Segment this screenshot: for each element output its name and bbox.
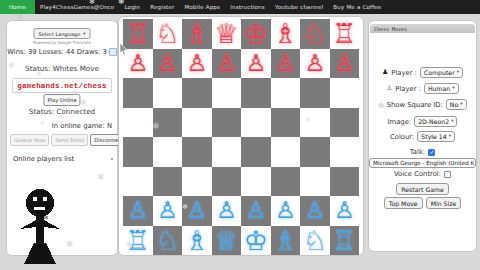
voice-value: Microsoft George - English (United K <box>373 160 474 166</box>
nav-item-home[interactable]: Home <box>0 0 35 14</box>
settings-panel: Chess Moves ♟ Player : Computer ▾ ♙ Play… <box>368 20 477 252</box>
square-a1[interactable]: ♖ <box>123 226 153 256</box>
square-g1[interactable]: ♘ <box>300 226 330 256</box>
square-b6[interactable] <box>153 78 183 108</box>
nav-item-register[interactable]: Register <box>145 0 179 14</box>
status-move: Status: Whites Move <box>7 64 117 73</box>
player1-value: Computer <box>424 69 455 76</box>
square-g4[interactable] <box>300 137 330 167</box>
piece-white-pawn: ♙ <box>275 199 296 222</box>
square-f1[interactable]: ♗ <box>271 226 301 256</box>
square-f8[interactable]: ♗ <box>271 19 301 49</box>
square-f6[interactable] <box>271 78 301 108</box>
nav-item-login[interactable]: Login <box>119 0 145 14</box>
voice-row: Microsoft George - English (United K ▾ <box>369 158 476 168</box>
piece-white-rook: ♖ <box>126 227 150 254</box>
square-f5[interactable] <box>271 108 301 138</box>
square-a3[interactable] <box>123 167 153 197</box>
player1-select[interactable]: Computer ▾ <box>420 67 463 78</box>
piece-white-pawn: ♙ <box>245 199 266 222</box>
piece-black-knight: ♘ <box>303 20 327 47</box>
square-c1[interactable]: ♗ <box>182 226 212 256</box>
players-list-label: Online players list <box>13 155 74 163</box>
square-c5[interactable] <box>182 108 212 138</box>
list-bullet <box>111 158 113 160</box>
online-buttons: Giveup Now Send Emoji Disconnect <box>10 134 114 146</box>
nav-item-youtube-channel[interactable]: Youtube channel <box>270 0 329 14</box>
square-c7[interactable]: ♙ <box>182 49 212 79</box>
square-e4[interactable] <box>241 137 271 167</box>
piece-black-pawn: ♙ <box>216 52 237 75</box>
colour-select[interactable]: Style 14 ▾ <box>417 131 455 142</box>
piece-black-pawn: ♙ <box>334 52 355 75</box>
piece-white-king: ♔ <box>244 227 268 254</box>
piece-white-knight: ♘ <box>155 227 179 254</box>
play-online-button[interactable]: Play Online <box>43 94 80 106</box>
square-d7[interactable]: ♙ <box>212 49 242 79</box>
stats-line: Wins: 39 Losses: 44 Draws: 3 <box>7 48 117 56</box>
nav-item-play4chessgames-once[interactable]: Play4ChessGames@Once <box>35 0 119 14</box>
piece-white-pawn: ♙ <box>216 199 237 222</box>
white-pawn-icon: ♙ <box>386 85 392 92</box>
square-e3[interactable] <box>241 167 271 197</box>
send-emoji-button[interactable]: Send Emoji <box>51 134 88 146</box>
board-panel: ♖♘♗♕♔♗♘♖♙♙♙♙♙♙♙♙♙♙♙♙♙♙♙♙♖♘♗♕♔♗♘♖ <box>118 16 364 256</box>
square-b3[interactable] <box>153 167 183 197</box>
restart-row: Restart Game <box>369 183 476 195</box>
piece-white-pawn: ♙ <box>304 199 325 222</box>
piece-white-rook: ♖ <box>332 227 356 254</box>
square-b8[interactable]: ♘ <box>153 19 183 49</box>
piece-white-pawn: ♙ <box>334 199 355 222</box>
square-b5[interactable] <box>153 108 183 138</box>
square-id-icon: ◎ <box>378 102 383 108</box>
square-c6[interactable] <box>182 78 212 108</box>
square-a4[interactable] <box>123 137 153 167</box>
piece-white-pawn: ♙ <box>157 199 178 222</box>
page: HomePlay4ChessGames@OnceLoginRegisterMob… <box>0 0 480 270</box>
square-f4[interactable] <box>271 137 301 167</box>
square-e6[interactable] <box>241 78 271 108</box>
piece-black-bishop: ♗ <box>273 20 297 47</box>
giveup-button[interactable]: Giveup Now <box>10 134 49 146</box>
square-f3[interactable] <box>271 167 301 197</box>
top-move-button[interactable]: Top Move <box>384 197 423 209</box>
image-row: Image: 2D-Neon2 ▾ <box>369 116 476 127</box>
voice-control-label: Voice Control: <box>394 170 441 178</box>
square-g6[interactable] <box>300 78 330 108</box>
language-select-label: Select Language <box>39 31 81 37</box>
chess-board[interactable]: ♖♘♗♕♔♗♘♖♙♙♙♙♙♙♙♙♙♙♙♙♙♙♙♙♖♘♗♕♔♗♘♖ <box>123 19 359 255</box>
square-b2[interactable]: ♙ <box>153 196 183 226</box>
voice-control-checkbox[interactable] <box>444 171 451 178</box>
square-c4[interactable] <box>182 137 212 167</box>
talk-row: Talk: <box>369 148 476 156</box>
square-f2[interactable]: ♙ <box>271 196 301 226</box>
square-a2[interactable]: ♙ <box>123 196 153 226</box>
player2-select[interactable]: Human ▾ <box>424 83 459 94</box>
chevron-down-icon: ▾ <box>83 31 85 36</box>
image-select[interactable]: 2D-Neon2 ▾ <box>414 116 457 127</box>
square-d3[interactable] <box>212 167 242 197</box>
piece-black-pawn: ♙ <box>186 52 207 75</box>
square-d1[interactable]: ♕ <box>212 226 242 256</box>
square-h2[interactable]: ♙ <box>330 196 360 226</box>
image-value: 2D-Neon2 <box>418 118 449 125</box>
piece-black-bishop: ♗ <box>185 20 209 47</box>
piece-black-pawn: ♙ <box>245 52 266 75</box>
square-e7[interactable]: ♙ <box>241 49 271 79</box>
piece-white-bishop: ♗ <box>273 227 297 254</box>
square-e1[interactable]: ♔ <box>241 226 271 256</box>
colour-label: Colour: <box>390 133 414 141</box>
square-d5[interactable] <box>212 108 242 138</box>
piece-black-pawn: ♙ <box>304 52 325 75</box>
piece-white-pawn: ♙ <box>186 199 207 222</box>
talk-label: Talk: <box>410 148 425 156</box>
image-label: Image: <box>388 118 412 126</box>
nav-item-instructions[interactable]: Instructions <box>225 0 270 14</box>
square-id-label: Show Square ID: <box>387 101 443 109</box>
site-url[interactable]: gamehands.net/chess <box>12 78 112 93</box>
chevron-down-icon: ▾ <box>449 134 451 139</box>
square-h8[interactable]: ♖ <box>330 19 360 49</box>
player2-value: Human <box>428 85 450 92</box>
piece-black-queen: ♕ <box>214 20 238 47</box>
square-c8[interactable]: ♗ <box>182 19 212 49</box>
piece-white-bishop: ♗ <box>185 227 209 254</box>
players-list-row[interactable]: Online players list <box>13 155 113 163</box>
player1-label: Player : <box>391 69 417 77</box>
square-a6[interactable] <box>123 78 153 108</box>
chevron-down-icon: ▾ <box>452 86 454 91</box>
square-d8[interactable]: ♕ <box>212 19 242 49</box>
square-b7[interactable]: ♙ <box>153 49 183 79</box>
nav-item-mobile-apps[interactable]: Mobile Apps <box>180 0 226 14</box>
colour-value: Style 14 <box>421 133 446 140</box>
piece-black-knight: ♘ <box>155 20 179 47</box>
voice-control-row: Voice Control: <box>369 170 476 178</box>
square-h4[interactable] <box>330 137 360 167</box>
talk-checkbox[interactable] <box>428 149 435 156</box>
square-d4[interactable] <box>212 137 242 167</box>
piece-white-queen: ♕ <box>214 227 238 254</box>
online-game-status: In online game: N <box>52 122 112 130</box>
square-h5[interactable] <box>330 108 360 138</box>
square-d2[interactable]: ♙ <box>212 196 242 226</box>
player1-row: ♟ Player : Computer ▾ <box>369 67 476 78</box>
square-g3[interactable] <box>300 167 330 197</box>
square-h6[interactable] <box>330 78 360 108</box>
square-h1[interactable]: ♖ <box>330 226 360 256</box>
square-g2[interactable]: ♙ <box>300 196 330 226</box>
square-id-value: No <box>450 101 458 108</box>
square-h7[interactable]: ♙ <box>330 49 360 79</box>
chevron-down-icon: ▾ <box>457 70 459 75</box>
pawn-mascot <box>12 186 72 264</box>
player2-label: Player : <box>395 85 421 93</box>
square-d6[interactable] <box>212 78 242 108</box>
mouse-cursor <box>119 43 129 56</box>
colour-row: Colour: Style 14 ▾ <box>369 131 476 142</box>
square-g5[interactable] <box>300 108 330 138</box>
square-f7[interactable]: ♙ <box>271 49 301 79</box>
player2-row: ♙ Player : Human ▾ <box>369 83 476 94</box>
nav-item-buy-me-a-coffee[interactable]: Buy Me a Coffee <box>328 0 386 14</box>
piece-black-rook: ♖ <box>126 20 150 47</box>
square-b1[interactable]: ♘ <box>153 226 183 256</box>
square-a5[interactable] <box>123 108 153 138</box>
square-id-select[interactable]: No ▾ <box>446 99 467 110</box>
piece-white-knight: ♘ <box>303 227 327 254</box>
square-e5[interactable] <box>241 108 271 138</box>
square-g8[interactable]: ♘ <box>300 19 330 49</box>
piece-black-rook: ♖ <box>332 20 356 47</box>
min-size-button[interactable]: Min Size <box>426 197 462 209</box>
square-h3[interactable] <box>330 167 360 197</box>
tools-row: Top Move Min Size <box>369 197 476 209</box>
piece-black-pawn: ♙ <box>157 52 178 75</box>
square-g7[interactable]: ♙ <box>300 49 330 79</box>
piece-black-pawn: ♙ <box>275 52 296 75</box>
square-c2[interactable]: ♙ <box>182 196 212 226</box>
square-e2[interactable]: ♙ <box>241 196 271 226</box>
chevron-down-icon: ▾ <box>460 102 462 107</box>
chevron-down-icon: ▾ <box>451 119 453 124</box>
powered-by-label: Powered by Google Translate <box>7 40 117 45</box>
top-nav: HomePlay4ChessGames@OnceLoginRegisterMob… <box>0 0 480 14</box>
chess-moves-header: Chess Moves <box>370 24 475 33</box>
language-select[interactable]: Select Language ▾ <box>34 28 91 39</box>
status-connection: Status: Connected <box>7 107 117 116</box>
square-c3[interactable] <box>182 167 212 197</box>
piece-black-king: ♔ <box>244 20 268 47</box>
square-b4[interactable] <box>153 137 183 167</box>
black-pawn-icon: ♟ <box>382 69 388 76</box>
stats-icon[interactable] <box>109 48 117 56</box>
square-id-row: ◎ Show Square ID: No ▾ <box>369 99 476 110</box>
restart-game-button[interactable]: Restart Game <box>396 183 449 195</box>
piece-black-pawn: ♙ <box>127 52 148 75</box>
stats-text: Wins: 39 Losses: 44 Draws: 3 <box>7 48 107 56</box>
piece-white-pawn: ♙ <box>127 199 148 222</box>
voice-select[interactable]: Microsoft George - English (United K ▾ <box>369 158 476 168</box>
square-e8[interactable]: ♔ <box>241 19 271 49</box>
